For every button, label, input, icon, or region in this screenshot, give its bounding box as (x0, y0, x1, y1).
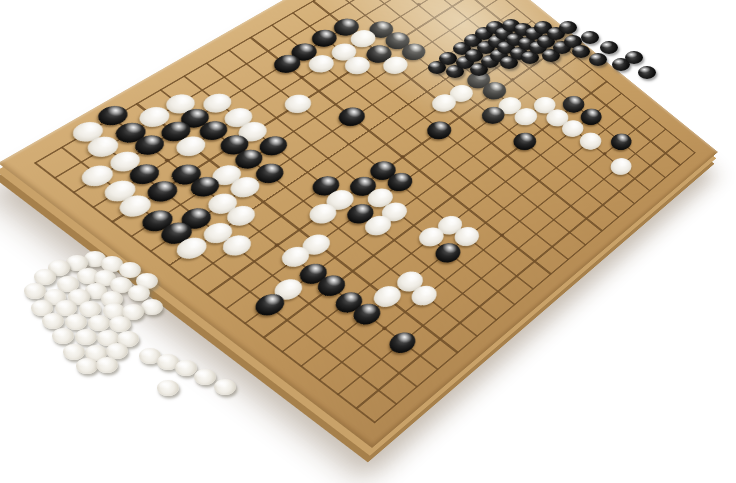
white-pile-stone: ○ (157, 380, 179, 396)
white-pile-stone: ○ (214, 379, 236, 395)
white-pile-stone: ○ (194, 369, 216, 385)
white-pile-stone: ○ (128, 285, 150, 301)
black-pile-stone: ● (559, 21, 577, 34)
white-pile-stone: ○ (109, 316, 131, 332)
black-pile-stone: ● (439, 52, 457, 65)
black-pile-stone: ● (625, 51, 643, 64)
go-board: ●●●○○○○○●●○○●●●○●●●○●○○●○○●●○●●○●●○○●○○○… (0, 0, 718, 448)
white-pile-stone: ○ (42, 313, 64, 329)
black-pile-stone: ● (600, 41, 618, 54)
black-pile-stone: ● (572, 45, 590, 58)
go-set-photo: ●●●○○○○○●●○○●●●○●●●○●○○●○○●●○●●○●●○○●○○○… (0, 0, 736, 483)
black-pile-stone: ● (581, 31, 599, 44)
white-pile-stone: ○ (65, 314, 87, 330)
white-pile-stone: ○ (24, 283, 46, 299)
white-pile-stone: ○ (96, 357, 118, 373)
white-pile-stone: ○ (76, 358, 98, 374)
white-pile-stone: ○ (63, 344, 85, 360)
white-pile-stone: ○ (75, 329, 97, 345)
white-pile-stone: ○ (88, 315, 110, 331)
black-pile-stone: ● (589, 53, 607, 66)
white-pile-stone: ○ (141, 299, 163, 315)
black-pile-stone: ● (638, 66, 656, 79)
white-pile-stone: ○ (52, 328, 74, 344)
